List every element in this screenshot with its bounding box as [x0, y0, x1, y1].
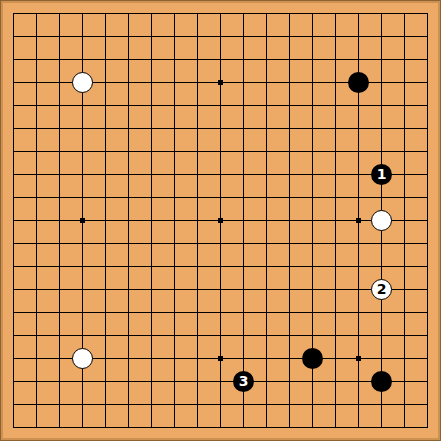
grid-line-horizontal: [13, 335, 428, 336]
grid-line-horizontal: [13, 266, 428, 267]
stone-black-move-3: 3: [233, 371, 254, 392]
grid-line-vertical: [243, 13, 244, 428]
stone-black: [371, 371, 392, 392]
grid-line-vertical: [404, 13, 405, 428]
grid-line-horizontal: [13, 243, 428, 244]
stone-white-move-2: 2: [371, 279, 392, 300]
stone-white: [72, 348, 93, 369]
grid-line-vertical: [266, 13, 267, 428]
grid-line-horizontal: [13, 289, 428, 290]
stone-black-move-1: 1: [371, 164, 392, 185]
stone-move-number: 3: [239, 374, 249, 388]
star-point: [80, 218, 85, 223]
stone-move-number: 2: [377, 282, 387, 296]
stone-move-number: 1: [377, 167, 387, 181]
grid-line-vertical: [335, 13, 336, 428]
grid-line-vertical: [289, 13, 290, 428]
stone-white: [72, 72, 93, 93]
grid-line-horizontal: [13, 381, 428, 382]
star-point: [218, 80, 223, 85]
grid-line-horizontal: [13, 312, 428, 313]
star-point: [218, 218, 223, 223]
stone-white: [371, 210, 392, 231]
go-board: 123: [0, 0, 441, 441]
star-point: [218, 356, 223, 361]
stone-black: [348, 72, 369, 93]
grid-line-horizontal: [13, 404, 428, 405]
star-point: [356, 356, 361, 361]
grid-line-vertical: [427, 13, 428, 428]
stone-black: [302, 348, 323, 369]
star-point: [356, 218, 361, 223]
grid-line-horizontal: [13, 427, 428, 428]
